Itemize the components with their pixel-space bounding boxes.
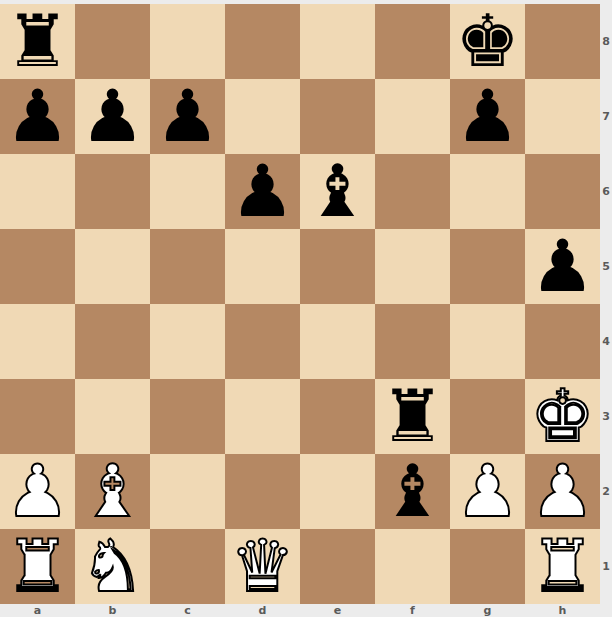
square-c5[interactable] <box>150 229 225 304</box>
square-a2[interactable]: ♟ <box>0 454 75 529</box>
square-e8[interactable] <box>300 4 375 79</box>
piece-black-rook[interactable]: ♜ <box>380 379 445 454</box>
square-f5[interactable] <box>375 229 450 304</box>
square-a6[interactable] <box>0 154 75 229</box>
square-d1[interactable]: ♛ <box>225 529 300 604</box>
file-label-e: e <box>300 604 375 617</box>
square-c1[interactable] <box>150 529 225 604</box>
square-e2[interactable] <box>300 454 375 529</box>
square-a7[interactable]: ♟ <box>0 79 75 154</box>
square-e1[interactable] <box>300 529 375 604</box>
square-g4[interactable] <box>450 304 525 379</box>
square-b5[interactable] <box>75 229 150 304</box>
square-h5[interactable]: ♟ <box>525 229 600 304</box>
rank-label-2: 2 <box>600 454 612 529</box>
square-b3[interactable] <box>75 379 150 454</box>
square-h2[interactable]: ♟ <box>525 454 600 529</box>
piece-white-knight[interactable]: ♞ <box>80 529 145 604</box>
square-b6[interactable] <box>75 154 150 229</box>
square-h8[interactable] <box>525 4 600 79</box>
rank-label-3: 3 <box>600 379 612 454</box>
piece-white-rook[interactable]: ♜ <box>5 529 70 604</box>
square-g6[interactable] <box>450 154 525 229</box>
piece-black-king[interactable]: ♚ <box>455 4 520 79</box>
square-f3[interactable]: ♜ <box>375 379 450 454</box>
square-b4[interactable] <box>75 304 150 379</box>
square-d5[interactable] <box>225 229 300 304</box>
square-g3[interactable] <box>450 379 525 454</box>
rank-label-8: 8 <box>600 4 612 79</box>
piece-white-rook[interactable]: ♜ <box>530 529 595 604</box>
piece-black-bishop[interactable]: ♝ <box>380 454 445 529</box>
piece-black-rook[interactable]: ♜ <box>5 4 70 79</box>
piece-black-pawn[interactable]: ♟ <box>230 154 295 229</box>
square-f4[interactable] <box>375 304 450 379</box>
square-a3[interactable] <box>0 379 75 454</box>
piece-white-pawn[interactable]: ♟ <box>455 454 520 529</box>
square-g7[interactable]: ♟ <box>450 79 525 154</box>
square-e5[interactable] <box>300 229 375 304</box>
piece-black-pawn[interactable]: ♟ <box>5 79 70 154</box>
piece-black-pawn[interactable]: ♟ <box>530 229 595 304</box>
square-a5[interactable] <box>0 229 75 304</box>
square-c6[interactable] <box>150 154 225 229</box>
square-c4[interactable] <box>150 304 225 379</box>
square-d7[interactable] <box>225 79 300 154</box>
file-label-f: f <box>375 604 450 617</box>
square-a8[interactable]: ♜ <box>0 4 75 79</box>
rank-labels: 87654321 <box>600 4 612 604</box>
piece-black-pawn[interactable]: ♟ <box>80 79 145 154</box>
piece-white-bishop[interactable]: ♝ <box>80 454 145 529</box>
piece-black-pawn[interactable]: ♟ <box>455 79 520 154</box>
chess-page: ♜♚♟♟♟♟♟♝♟♜♚♟♝♝♟♟♜♞♛♜ 87654321 abcdefgh <box>0 0 612 617</box>
square-d6[interactable]: ♟ <box>225 154 300 229</box>
square-g2[interactable]: ♟ <box>450 454 525 529</box>
square-a4[interactable] <box>0 304 75 379</box>
square-f1[interactable] <box>375 529 450 604</box>
square-f6[interactable] <box>375 154 450 229</box>
piece-black-pawn[interactable]: ♟ <box>155 79 220 154</box>
rank-label-4: 4 <box>600 304 612 379</box>
square-c8[interactable] <box>150 4 225 79</box>
square-g5[interactable] <box>450 229 525 304</box>
square-e3[interactable] <box>300 379 375 454</box>
file-label-g: g <box>450 604 525 617</box>
square-h4[interactable] <box>525 304 600 379</box>
square-d4[interactable] <box>225 304 300 379</box>
piece-white-queen[interactable]: ♛ <box>230 529 295 604</box>
square-a1[interactable]: ♜ <box>0 529 75 604</box>
piece-white-pawn[interactable]: ♟ <box>5 454 70 529</box>
piece-black-bishop[interactable]: ♝ <box>305 154 370 229</box>
square-g1[interactable] <box>450 529 525 604</box>
square-b2[interactable]: ♝ <box>75 454 150 529</box>
square-h3[interactable]: ♚ <box>525 379 600 454</box>
square-d8[interactable] <box>225 4 300 79</box>
square-b1[interactable]: ♞ <box>75 529 150 604</box>
rank-label-7: 7 <box>600 79 612 154</box>
rank-label-5: 5 <box>600 229 612 304</box>
square-d3[interactable] <box>225 379 300 454</box>
square-h7[interactable] <box>525 79 600 154</box>
piece-white-pawn[interactable]: ♟ <box>530 454 595 529</box>
file-label-c: c <box>150 604 225 617</box>
square-d2[interactable] <box>225 454 300 529</box>
square-f8[interactable] <box>375 4 450 79</box>
square-e7[interactable] <box>300 79 375 154</box>
rank-label-1: 1 <box>600 529 612 604</box>
square-g8[interactable]: ♚ <box>450 4 525 79</box>
square-b8[interactable] <box>75 4 150 79</box>
square-h6[interactable] <box>525 154 600 229</box>
square-h1[interactable]: ♜ <box>525 529 600 604</box>
square-e6[interactable]: ♝ <box>300 154 375 229</box>
piece-white-king[interactable]: ♚ <box>530 379 595 454</box>
square-e4[interactable] <box>300 304 375 379</box>
chess-board[interactable]: ♜♚♟♟♟♟♟♝♟♜♚♟♝♝♟♟♜♞♛♜ <box>0 4 600 604</box>
square-c3[interactable] <box>150 379 225 454</box>
corner-margin <box>600 604 612 617</box>
square-b7[interactable]: ♟ <box>75 79 150 154</box>
rank-label-6: 6 <box>600 154 612 229</box>
square-f7[interactable] <box>375 79 450 154</box>
square-f2[interactable]: ♝ <box>375 454 450 529</box>
square-c2[interactable] <box>150 454 225 529</box>
square-c7[interactable]: ♟ <box>150 79 225 154</box>
